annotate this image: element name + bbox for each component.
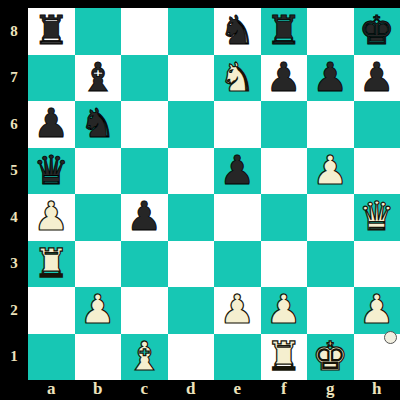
piece-white-bishop: ♝ xyxy=(126,336,162,376)
square-f8[interactable]: ♜ xyxy=(261,8,308,55)
file-label-a: a xyxy=(28,379,75,399)
square-f7[interactable]: ♟ xyxy=(261,55,308,102)
file-label-c: c xyxy=(121,379,168,399)
square-e2[interactable]: ♟ xyxy=(214,287,261,334)
square-b5[interactable] xyxy=(75,148,122,195)
chess-diagram: ♜♞♜♚♝♞♟♟♟♟♞♛♟♟♟♟♛♜♟♟♟♟♝♜♚ 87654321abcdef… xyxy=(0,0,400,400)
square-h4[interactable]: ♛ xyxy=(354,194,400,241)
square-b4[interactable] xyxy=(75,194,122,241)
square-d6[interactable] xyxy=(168,101,215,148)
rank-label-4: 4 xyxy=(0,194,28,241)
piece-black-pawn: ♟ xyxy=(266,57,302,97)
piece-white-rook: ♜ xyxy=(33,243,69,283)
piece-black-knight: ♞ xyxy=(219,10,255,50)
piece-white-pawn: ♟ xyxy=(219,289,255,329)
square-f6[interactable] xyxy=(261,101,308,148)
piece-black-queen: ♛ xyxy=(33,150,69,190)
file-label-d: d xyxy=(168,379,215,399)
piece-black-rook: ♜ xyxy=(33,10,69,50)
square-a5[interactable]: ♛ xyxy=(28,148,75,195)
square-g2[interactable] xyxy=(307,287,354,334)
chess-board: ♜♞♜♚♝♞♟♟♟♟♞♛♟♟♟♟♛♜♟♟♟♟♝♜♚ xyxy=(28,8,400,380)
piece-black-pawn: ♟ xyxy=(33,103,69,143)
square-e8[interactable]: ♞ xyxy=(214,8,261,55)
square-g1[interactable]: ♚ xyxy=(307,334,354,381)
file-label-h: h xyxy=(354,379,400,399)
square-e7[interactable]: ♞ xyxy=(214,55,261,102)
square-a3[interactable]: ♜ xyxy=(28,241,75,288)
piece-white-pawn: ♟ xyxy=(312,150,348,190)
square-c1[interactable]: ♝ xyxy=(121,334,168,381)
square-a1[interactable] xyxy=(28,334,75,381)
square-c3[interactable] xyxy=(121,241,168,288)
piece-black-bishop: ♝ xyxy=(80,57,116,97)
piece-white-pawn: ♟ xyxy=(359,289,395,329)
rank-label-2: 2 xyxy=(0,287,28,334)
piece-black-pawn: ♟ xyxy=(219,150,255,190)
square-e3[interactable] xyxy=(214,241,261,288)
rank-label-3: 3 xyxy=(0,241,28,288)
square-d2[interactable] xyxy=(168,287,215,334)
square-a6[interactable]: ♟ xyxy=(28,101,75,148)
piece-white-pawn: ♟ xyxy=(80,289,116,329)
square-g5[interactable]: ♟ xyxy=(307,148,354,195)
file-label-f: f xyxy=(261,379,308,399)
square-a8[interactable]: ♜ xyxy=(28,8,75,55)
square-e4[interactable] xyxy=(214,194,261,241)
square-h3[interactable] xyxy=(354,241,400,288)
square-e1[interactable] xyxy=(214,334,261,381)
square-f5[interactable] xyxy=(261,148,308,195)
square-b3[interactable] xyxy=(75,241,122,288)
square-e6[interactable] xyxy=(214,101,261,148)
square-g7[interactable]: ♟ xyxy=(307,55,354,102)
piece-black-rook: ♜ xyxy=(266,10,302,50)
square-d5[interactable] xyxy=(168,148,215,195)
rank-label-1: 1 xyxy=(0,334,28,381)
piece-white-rook: ♜ xyxy=(266,336,302,376)
square-b6[interactable]: ♞ xyxy=(75,101,122,148)
square-b8[interactable] xyxy=(75,8,122,55)
file-label-e: e xyxy=(214,379,261,399)
piece-black-knight: ♞ xyxy=(80,103,116,143)
square-g3[interactable] xyxy=(307,241,354,288)
file-label-b: b xyxy=(75,379,122,399)
white-to-move-indicator xyxy=(384,331,397,344)
piece-white-queen: ♛ xyxy=(359,196,395,236)
piece-black-pawn: ♟ xyxy=(359,57,395,97)
rank-label-5: 5 xyxy=(0,148,28,195)
piece-white-knight: ♞ xyxy=(219,57,255,97)
square-g4[interactable] xyxy=(307,194,354,241)
square-d4[interactable] xyxy=(168,194,215,241)
piece-white-king: ♚ xyxy=(312,336,348,376)
rank-label-7: 7 xyxy=(0,55,28,102)
square-b7[interactable]: ♝ xyxy=(75,55,122,102)
square-h8[interactable]: ♚ xyxy=(354,8,400,55)
file-label-g: g xyxy=(307,379,354,399)
square-b1[interactable] xyxy=(75,334,122,381)
square-f3[interactable] xyxy=(261,241,308,288)
square-e5[interactable]: ♟ xyxy=(214,148,261,195)
piece-black-pawn: ♟ xyxy=(126,196,162,236)
square-h5[interactable] xyxy=(354,148,400,195)
square-h6[interactable] xyxy=(354,101,400,148)
square-h7[interactable]: ♟ xyxy=(354,55,400,102)
square-a7[interactable] xyxy=(28,55,75,102)
square-g6[interactable] xyxy=(307,101,354,148)
piece-black-king: ♚ xyxy=(359,10,395,50)
square-d7[interactable] xyxy=(168,55,215,102)
square-c4[interactable]: ♟ xyxy=(121,194,168,241)
rank-label-6: 6 xyxy=(0,101,28,148)
square-g8[interactable] xyxy=(307,8,354,55)
square-d1[interactable] xyxy=(168,334,215,381)
piece-black-pawn: ♟ xyxy=(312,57,348,97)
square-a2[interactable] xyxy=(28,287,75,334)
piece-white-pawn: ♟ xyxy=(266,289,302,329)
square-c2[interactable] xyxy=(121,287,168,334)
piece-white-pawn: ♟ xyxy=(33,196,69,236)
square-f1[interactable]: ♜ xyxy=(261,334,308,381)
square-f4[interactable] xyxy=(261,194,308,241)
square-c7[interactable] xyxy=(121,55,168,102)
square-f2[interactable]: ♟ xyxy=(261,287,308,334)
square-b2[interactable]: ♟ xyxy=(75,287,122,334)
square-a4[interactable]: ♟ xyxy=(28,194,75,241)
square-d3[interactable] xyxy=(168,241,215,288)
square-d8[interactable] xyxy=(168,8,215,55)
square-c8[interactable] xyxy=(121,8,168,55)
square-c5[interactable] xyxy=(121,148,168,195)
square-h2[interactable]: ♟ xyxy=(354,287,400,334)
rank-label-8: 8 xyxy=(0,8,28,55)
square-c6[interactable] xyxy=(121,101,168,148)
